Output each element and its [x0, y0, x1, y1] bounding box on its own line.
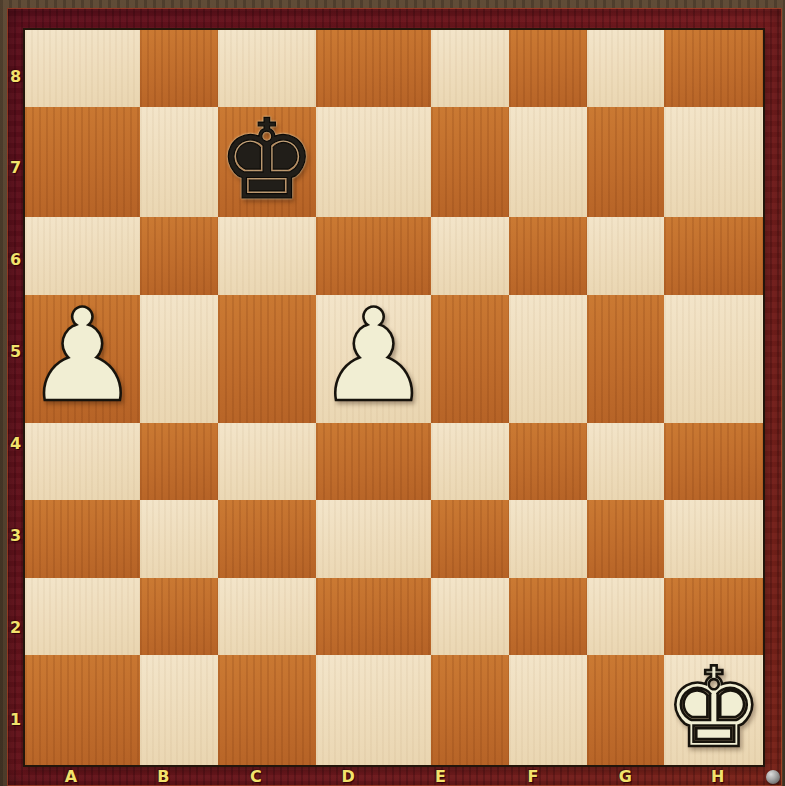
file-label-d: D: [302, 766, 394, 786]
square-g1[interactable]: [587, 655, 665, 765]
square-e8[interactable]: [431, 30, 509, 107]
square-b4[interactable]: [140, 423, 218, 500]
black-king[interactable]: ♚: [218, 105, 317, 215]
square-f2[interactable]: [509, 578, 587, 655]
chess-board: ♚♟♟♚: [23, 28, 765, 767]
square-g3[interactable]: [587, 500, 665, 577]
rank-label-text: 2: [10, 618, 21, 637]
square-e3[interactable]: [431, 500, 509, 577]
square-f6[interactable]: [509, 217, 587, 294]
file-label-text: G: [619, 767, 632, 786]
rank-label-8: 8: [6, 30, 25, 122]
square-d2[interactable]: [316, 578, 431, 655]
rank-label-5: 5: [6, 306, 25, 398]
square-a7[interactable]: [25, 107, 140, 217]
square-h4[interactable]: [664, 423, 763, 500]
file-label-text: C: [250, 767, 262, 786]
square-d3[interactable]: [316, 500, 431, 577]
square-b6[interactable]: [140, 217, 218, 294]
rank-label-1: 1: [6, 673, 25, 765]
square-f4[interactable]: [509, 423, 587, 500]
rank-label-text: 5: [10, 342, 21, 361]
square-d1[interactable]: [316, 655, 431, 765]
corner-ball-icon: [766, 770, 780, 784]
square-e2[interactable]: [431, 578, 509, 655]
file-label-text: D: [341, 767, 354, 786]
rank-label-text: 3: [10, 526, 21, 545]
file-label-e: E: [395, 766, 487, 786]
square-f3[interactable]: [509, 500, 587, 577]
square-a1[interactable]: [25, 655, 140, 765]
square-c7[interactable]: ♚: [218, 107, 317, 217]
square-g7[interactable]: [587, 107, 665, 217]
white-pawn[interactable]: ♟: [25, 292, 140, 420]
rank-label-text: 4: [10, 434, 21, 453]
square-g8[interactable]: [587, 30, 665, 107]
file-label-a: A: [25, 766, 117, 786]
square-b8[interactable]: [140, 30, 218, 107]
square-e4[interactable]: [431, 423, 509, 500]
square-f8[interactable]: [509, 30, 587, 107]
square-g6[interactable]: [587, 217, 665, 294]
file-label-f: F: [487, 766, 579, 786]
square-a8[interactable]: [25, 30, 140, 107]
square-c5[interactable]: [218, 295, 317, 423]
rank-label-text: 8: [10, 67, 21, 86]
square-a4[interactable]: [25, 423, 140, 500]
square-c2[interactable]: [218, 578, 317, 655]
file-label-c: C: [210, 766, 302, 786]
square-d4[interactable]: [316, 423, 431, 500]
square-b5[interactable]: [140, 295, 218, 423]
white-king[interactable]: ♚: [664, 653, 763, 763]
file-label-h: H: [672, 766, 764, 786]
square-g5[interactable]: [587, 295, 665, 423]
rank-label-4: 4: [6, 398, 25, 490]
file-label-g: G: [579, 766, 671, 786]
square-f5[interactable]: [509, 295, 587, 423]
square-c6[interactable]: [218, 217, 317, 294]
square-b3[interactable]: [140, 500, 218, 577]
rank-label-text: 7: [10, 158, 21, 177]
file-label-text: E: [435, 767, 446, 786]
file-label-text: A: [65, 767, 77, 786]
rank-label-6: 6: [6, 214, 25, 306]
square-a5[interactable]: ♟: [25, 295, 140, 423]
square-h5[interactable]: [664, 295, 763, 423]
square-b7[interactable]: [140, 107, 218, 217]
square-c4[interactable]: [218, 423, 317, 500]
square-b2[interactable]: [140, 578, 218, 655]
square-e1[interactable]: [431, 655, 509, 765]
square-d7[interactable]: [316, 107, 431, 217]
file-label-text: B: [157, 767, 169, 786]
square-f7[interactable]: [509, 107, 587, 217]
square-a2[interactable]: [25, 578, 140, 655]
rank-label-7: 7: [6, 122, 25, 214]
square-a3[interactable]: [25, 500, 140, 577]
square-h3[interactable]: [664, 500, 763, 577]
square-e5[interactable]: [431, 295, 509, 423]
file-label-b: B: [117, 766, 209, 786]
square-b1[interactable]: [140, 655, 218, 765]
rank-label-text: 1: [10, 710, 21, 729]
square-f1[interactable]: [509, 655, 587, 765]
white-pawn[interactable]: ♟: [316, 292, 431, 420]
file-label-text: H: [711, 767, 724, 786]
rank-label-3: 3: [6, 490, 25, 582]
square-d8[interactable]: [316, 30, 431, 107]
square-g2[interactable]: [587, 578, 665, 655]
square-g4[interactable]: [587, 423, 665, 500]
square-h8[interactable]: [664, 30, 763, 107]
square-h6[interactable]: [664, 217, 763, 294]
square-e6[interactable]: [431, 217, 509, 294]
file-label-text: F: [527, 767, 538, 786]
square-h7[interactable]: [664, 107, 763, 217]
square-h1[interactable]: ♚: [664, 655, 763, 765]
square-d5[interactable]: ♟: [316, 295, 431, 423]
square-e7[interactable]: [431, 107, 509, 217]
rank-label-2: 2: [6, 581, 25, 673]
rank-label-text: 6: [10, 250, 21, 269]
square-c3[interactable]: [218, 500, 317, 577]
square-c1[interactable]: [218, 655, 317, 765]
